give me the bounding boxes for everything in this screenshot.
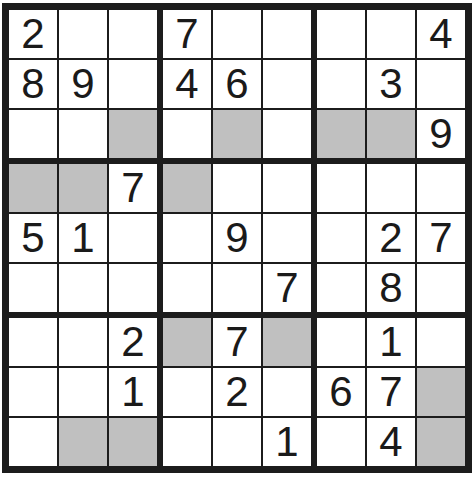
- cell-r8c2-empty[interactable]: [59, 368, 109, 418]
- cell-r2c5-given-6[interactable]: 6: [213, 60, 263, 110]
- cell-r8c8-given-7[interactable]: 7: [367, 368, 417, 418]
- cell-r1c7-empty[interactable]: [317, 10, 367, 60]
- cell-r5c4-empty[interactable]: [163, 214, 213, 264]
- cell-r5c6-empty[interactable]: [263, 214, 317, 264]
- cell-r7c8-given-1[interactable]: 1: [367, 318, 417, 368]
- sudoku-grid: 27489463975192778271126714: [2, 3, 472, 473]
- cell-r8c5-given-2[interactable]: 2: [213, 368, 263, 418]
- cell-r7c4-shaded[interactable]: [163, 318, 213, 368]
- cell-r6c4-empty[interactable]: [163, 264, 213, 318]
- cell-r5c8-given-2[interactable]: 2: [367, 214, 417, 264]
- cell-r2c9-empty[interactable]: [417, 60, 465, 110]
- cell-r7c1-empty[interactable]: [9, 318, 59, 368]
- cell-r4c4-shaded[interactable]: [163, 164, 213, 214]
- cell-r8c3-given-1[interactable]: 1: [109, 368, 163, 418]
- cell-r2c6-empty[interactable]: [263, 60, 317, 110]
- cell-r6c5-empty[interactable]: [213, 264, 263, 318]
- cell-r9c8-given-4[interactable]: 4: [367, 418, 417, 466]
- cell-r6c2-empty[interactable]: [59, 264, 109, 318]
- cell-r6c3-empty[interactable]: [109, 264, 163, 318]
- cell-r2c8-given-3[interactable]: 3: [367, 60, 417, 110]
- cell-r8c6-empty[interactable]: [263, 368, 317, 418]
- cell-r5c7-empty[interactable]: [317, 214, 367, 264]
- cell-r1c5-empty[interactable]: [213, 10, 263, 60]
- cell-r9c2-shaded[interactable]: [59, 418, 109, 466]
- cell-r1c3-empty[interactable]: [109, 10, 163, 60]
- cell-r6c7-empty[interactable]: [317, 264, 367, 318]
- cell-r8c1-empty[interactable]: [9, 368, 59, 418]
- cell-r8c9-shaded[interactable]: [417, 368, 465, 418]
- cell-r5c9-given-7[interactable]: 7: [417, 214, 465, 264]
- cell-r2c4-given-4[interactable]: 4: [163, 60, 213, 110]
- cell-r9c5-empty[interactable]: [213, 418, 263, 466]
- cell-r4c2-shaded[interactable]: [59, 164, 109, 214]
- cell-r3c1-empty[interactable]: [9, 110, 59, 164]
- cell-r7c6-shaded[interactable]: [263, 318, 317, 368]
- cell-r4c8-empty[interactable]: [367, 164, 417, 214]
- cell-r9c1-empty[interactable]: [9, 418, 59, 466]
- cell-r9c6-given-1[interactable]: 1: [263, 418, 317, 466]
- cell-r3c7-shaded[interactable]: [317, 110, 367, 164]
- cell-r3c5-shaded[interactable]: [213, 110, 263, 164]
- cell-r1c6-empty[interactable]: [263, 10, 317, 60]
- cell-r3c3-shaded[interactable]: [109, 110, 163, 164]
- cell-r5c2-given-1[interactable]: 1: [59, 214, 109, 264]
- cell-r7c5-given-7[interactable]: 7: [213, 318, 263, 368]
- cell-r7c9-empty[interactable]: [417, 318, 465, 368]
- cell-r6c9-empty[interactable]: [417, 264, 465, 318]
- cell-r8c7-given-6[interactable]: 6: [317, 368, 367, 418]
- cell-r6c1-empty[interactable]: [9, 264, 59, 318]
- cell-r4c7-empty[interactable]: [317, 164, 367, 214]
- cell-r1c1-given-2[interactable]: 2: [9, 10, 59, 60]
- cell-r4c5-empty[interactable]: [213, 164, 263, 214]
- cell-r3c4-empty[interactable]: [163, 110, 213, 164]
- cell-r1c9-given-4[interactable]: 4: [417, 10, 465, 60]
- cell-r6c6-given-7[interactable]: 7: [263, 264, 317, 318]
- cell-r1c8-empty[interactable]: [367, 10, 417, 60]
- cell-r2c1-given-8[interactable]: 8: [9, 60, 59, 110]
- cell-r9c4-empty[interactable]: [163, 418, 213, 466]
- cell-r2c3-empty[interactable]: [109, 60, 163, 110]
- cell-r3c2-empty[interactable]: [59, 110, 109, 164]
- cell-r1c4-given-7[interactable]: 7: [163, 10, 213, 60]
- cell-r5c3-empty[interactable]: [109, 214, 163, 264]
- cell-r1c2-empty[interactable]: [59, 10, 109, 60]
- cell-r4c9-empty[interactable]: [417, 164, 465, 214]
- cell-r4c3-given-7[interactable]: 7: [109, 164, 163, 214]
- cell-r4c1-shaded[interactable]: [9, 164, 59, 214]
- cell-r9c7-empty[interactable]: [317, 418, 367, 466]
- cell-r3c9-given-9[interactable]: 9: [417, 110, 465, 164]
- cell-r8c4-empty[interactable]: [163, 368, 213, 418]
- cell-r2c2-given-9[interactable]: 9: [59, 60, 109, 110]
- cell-r3c8-shaded[interactable]: [367, 110, 417, 164]
- sudoku-board: 27489463975192778271126714: [0, 0, 473, 476]
- cell-r7c2-empty[interactable]: [59, 318, 109, 368]
- cell-r6c8-given-8[interactable]: 8: [367, 264, 417, 318]
- cell-r3c6-empty[interactable]: [263, 110, 317, 164]
- cell-r7c7-empty[interactable]: [317, 318, 367, 368]
- cell-r5c1-given-5[interactable]: 5: [9, 214, 59, 264]
- cell-r9c9-shaded[interactable]: [417, 418, 465, 466]
- cell-r7c3-given-2[interactable]: 2: [109, 318, 163, 368]
- cell-r2c7-empty[interactable]: [317, 60, 367, 110]
- cell-r4c6-empty[interactable]: [263, 164, 317, 214]
- cell-r9c3-shaded[interactable]: [109, 418, 163, 466]
- cell-r5c5-given-9[interactable]: 9: [213, 214, 263, 264]
